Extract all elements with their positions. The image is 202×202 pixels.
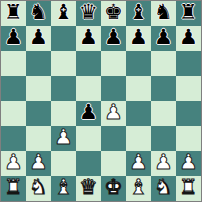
piece-white-pawn[interactable]: ♟ <box>179 152 198 173</box>
square-b2[interactable]: ♟ <box>26 151 51 176</box>
piece-white-pawn[interactable]: ♟ <box>104 102 123 123</box>
square-a8[interactable]: ♜ <box>1 1 26 26</box>
square-h3[interactable] <box>176 126 201 151</box>
square-g4[interactable] <box>151 101 176 126</box>
square-d4[interactable]: ♟ <box>76 101 101 126</box>
piece-black-pawn[interactable]: ♟ <box>79 27 98 48</box>
square-e2[interactable] <box>101 151 126 176</box>
square-g2[interactable]: ♟ <box>151 151 176 176</box>
piece-white-pawn[interactable]: ♟ <box>54 127 73 148</box>
square-a7[interactable]: ♟ <box>1 26 26 51</box>
square-g7[interactable]: ♟ <box>151 26 176 51</box>
square-d3[interactable] <box>76 126 101 151</box>
square-d6[interactable] <box>76 51 101 76</box>
piece-black-pawn[interactable]: ♟ <box>104 27 123 48</box>
square-b3[interactable] <box>26 126 51 151</box>
square-f7[interactable]: ♟ <box>126 26 151 51</box>
square-f2[interactable]: ♟ <box>126 151 151 176</box>
square-a3[interactable] <box>1 126 26 151</box>
square-c6[interactable] <box>51 51 76 76</box>
square-h4[interactable] <box>176 101 201 126</box>
piece-black-knight[interactable]: ♞ <box>154 2 173 23</box>
square-h8[interactable]: ♜ <box>176 1 201 26</box>
piece-white-king[interactable]: ♚ <box>104 177 123 198</box>
square-e8[interactable]: ♚ <box>101 1 126 26</box>
square-c3[interactable]: ♟ <box>51 126 76 151</box>
square-b1[interactable]: ♞ <box>26 176 51 201</box>
square-g5[interactable] <box>151 76 176 101</box>
square-c5[interactable] <box>51 76 76 101</box>
piece-white-knight[interactable]: ♞ <box>154 177 173 198</box>
square-b6[interactable] <box>26 51 51 76</box>
piece-white-pawn[interactable]: ♟ <box>154 152 173 173</box>
square-g1[interactable]: ♞ <box>151 176 176 201</box>
square-d1[interactable]: ♛ <box>76 176 101 201</box>
square-a4[interactable] <box>1 101 26 126</box>
square-c2[interactable] <box>51 151 76 176</box>
square-f8[interactable]: ♝ <box>126 1 151 26</box>
square-b7[interactable]: ♟ <box>26 26 51 51</box>
square-d2[interactable] <box>76 151 101 176</box>
piece-white-queen[interactable]: ♛ <box>79 177 98 198</box>
square-b5[interactable] <box>26 76 51 101</box>
square-a5[interactable] <box>1 76 26 101</box>
square-e6[interactable] <box>101 51 126 76</box>
piece-white-bishop[interactable]: ♝ <box>54 177 73 198</box>
square-h6[interactable] <box>176 51 201 76</box>
square-f1[interactable]: ♝ <box>126 176 151 201</box>
piece-black-bishop[interactable]: ♝ <box>54 2 73 23</box>
square-b8[interactable]: ♞ <box>26 1 51 26</box>
piece-black-pawn[interactable]: ♟ <box>29 27 48 48</box>
square-a1[interactable]: ♜ <box>1 176 26 201</box>
piece-black-pawn[interactable]: ♟ <box>179 27 198 48</box>
piece-black-pawn[interactable]: ♟ <box>129 27 148 48</box>
square-h2[interactable]: ♟ <box>176 151 201 176</box>
piece-black-pawn[interactable]: ♟ <box>4 27 23 48</box>
piece-white-pawn[interactable]: ♟ <box>29 152 48 173</box>
piece-white-rook[interactable]: ♜ <box>179 177 198 198</box>
square-h7[interactable]: ♟ <box>176 26 201 51</box>
piece-white-knight[interactable]: ♞ <box>29 177 48 198</box>
square-g8[interactable]: ♞ <box>151 1 176 26</box>
square-f4[interactable] <box>126 101 151 126</box>
piece-black-knight[interactable]: ♞ <box>29 2 48 23</box>
square-e1[interactable]: ♚ <box>101 176 126 201</box>
square-b4[interactable] <box>26 101 51 126</box>
piece-black-rook[interactable]: ♜ <box>4 2 23 23</box>
square-e5[interactable] <box>101 76 126 101</box>
square-f6[interactable] <box>126 51 151 76</box>
square-c4[interactable] <box>51 101 76 126</box>
square-e4[interactable]: ♟ <box>101 101 126 126</box>
piece-white-rook[interactable]: ♜ <box>4 177 23 198</box>
piece-black-pawn[interactable]: ♟ <box>79 102 98 123</box>
square-h5[interactable] <box>176 76 201 101</box>
piece-black-king[interactable]: ♚ <box>104 2 123 23</box>
square-a6[interactable] <box>1 51 26 76</box>
square-h1[interactable]: ♜ <box>176 176 201 201</box>
square-d5[interactable] <box>76 76 101 101</box>
piece-black-bishop[interactable]: ♝ <box>129 2 148 23</box>
square-e7[interactable]: ♟ <box>101 26 126 51</box>
piece-white-pawn[interactable]: ♟ <box>129 152 148 173</box>
square-a2[interactable]: ♟ <box>1 151 26 176</box>
square-d7[interactable]: ♟ <box>76 26 101 51</box>
square-g6[interactable] <box>151 51 176 76</box>
square-g3[interactable] <box>151 126 176 151</box>
piece-white-bishop[interactable]: ♝ <box>129 177 148 198</box>
square-f3[interactable] <box>126 126 151 151</box>
square-c8[interactable]: ♝ <box>51 1 76 26</box>
piece-white-pawn[interactable]: ♟ <box>4 152 23 173</box>
square-e3[interactable] <box>101 126 126 151</box>
piece-black-rook[interactable]: ♜ <box>179 2 198 23</box>
piece-black-pawn[interactable]: ♟ <box>154 27 173 48</box>
square-d8[interactable]: ♛ <box>76 1 101 26</box>
piece-black-queen[interactable]: ♛ <box>79 2 98 23</box>
square-c1[interactable]: ♝ <box>51 176 76 201</box>
square-f5[interactable] <box>126 76 151 101</box>
square-c7[interactable] <box>51 26 76 51</box>
chess-board: ♜♞♝♛♚♝♞♜♟♟♟♟♟♟♟♟♟♟♟♟♟♟♟♜♞♝♛♚♝♞♜ <box>0 0 202 202</box>
